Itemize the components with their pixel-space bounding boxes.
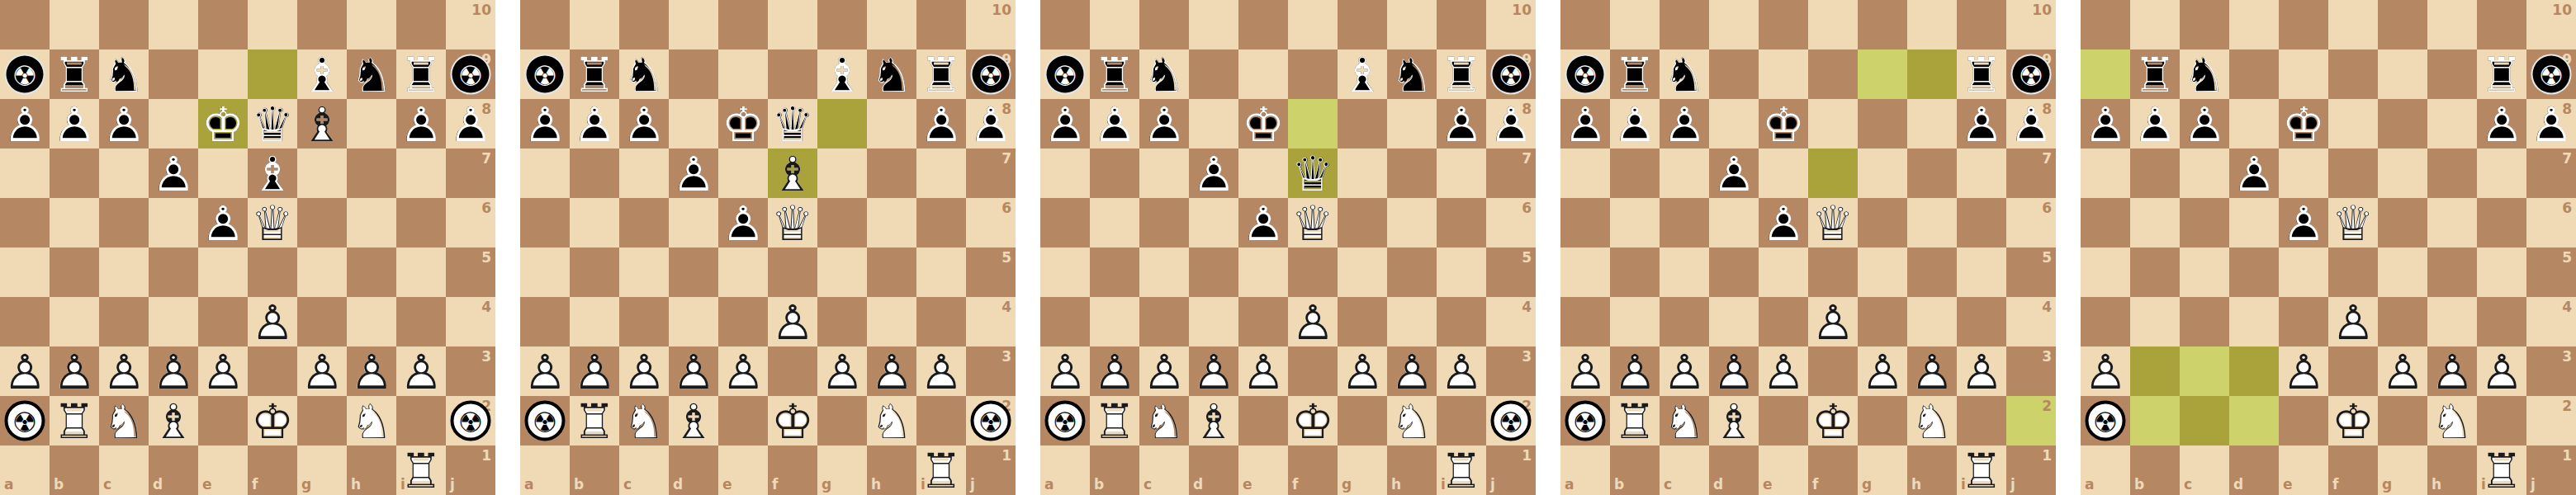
square-b9[interactable]: ♜♖ bbox=[1610, 49, 1660, 99]
square-j6[interactable]: 6 bbox=[2526, 198, 2576, 247]
square-i1[interactable]: i♜♖ bbox=[1437, 445, 1486, 495]
square-e1[interactable]: e bbox=[2279, 445, 2328, 495]
square-b1[interactable]: b bbox=[1090, 445, 1139, 495]
square-d8[interactable] bbox=[149, 99, 198, 148]
square-e9[interactable] bbox=[198, 49, 248, 99]
square-a2[interactable]: ☢ bbox=[2081, 396, 2130, 445]
square-c7[interactable] bbox=[1660, 148, 1709, 198]
square-j5[interactable]: 5 bbox=[1486, 247, 1536, 297]
black-bishop-piece[interactable]: ♝♗ bbox=[297, 49, 347, 99]
square-g8[interactable] bbox=[1858, 99, 1907, 148]
square-f6[interactable]: ♛♕ bbox=[2328, 198, 2378, 247]
white-nuke-piece[interactable]: ☢ bbox=[1491, 401, 1532, 441]
white-pawn-piece[interactable]: ♟♙ bbox=[2477, 346, 2526, 396]
white-bishop-piece[interactable]: ♝♗ bbox=[1709, 396, 1759, 445]
square-e10[interactable] bbox=[2279, 0, 2328, 49]
square-j1[interactable]: 1j bbox=[2526, 445, 2576, 495]
white-rook-piece[interactable]: ♜♖ bbox=[916, 445, 966, 495]
square-h3[interactable]: ♟♙ bbox=[1907, 346, 1957, 396]
square-i6[interactable] bbox=[396, 198, 446, 247]
black-pawn-piece[interactable]: ♟♙ bbox=[1189, 148, 1238, 198]
square-g2[interactable] bbox=[2378, 396, 2427, 445]
square-b7[interactable] bbox=[1090, 148, 1139, 198]
square-h3[interactable]: ♟♙ bbox=[867, 346, 916, 396]
square-f7[interactable] bbox=[2328, 148, 2378, 198]
square-g8[interactable]: ♝♗ bbox=[297, 99, 347, 148]
square-b4[interactable] bbox=[50, 297, 99, 346]
square-c3[interactable] bbox=[2180, 346, 2229, 396]
black-rook-piece[interactable]: ♜♖ bbox=[1090, 49, 1139, 99]
square-f4[interactable]: ♟♙ bbox=[2328, 297, 2378, 346]
square-i4[interactable] bbox=[396, 297, 446, 346]
square-a7[interactable] bbox=[1560, 148, 1610, 198]
square-j8[interactable]: 8♟♙ bbox=[446, 99, 495, 148]
square-a3[interactable]: ♟♙ bbox=[1560, 346, 1610, 396]
square-j6[interactable]: 6 bbox=[446, 198, 495, 247]
black-knight-piece[interactable]: ♞♘ bbox=[1139, 49, 1189, 99]
black-pawn-piece[interactable]: ♟♙ bbox=[1610, 99, 1660, 148]
black-knight-piece[interactable]: ♞♘ bbox=[347, 49, 396, 99]
square-a10[interactable] bbox=[2081, 0, 2130, 49]
square-g10[interactable] bbox=[1338, 0, 1387, 49]
square-h10[interactable] bbox=[2427, 0, 2477, 49]
square-f9[interactable] bbox=[1808, 49, 1858, 99]
white-pawn-piece[interactable]: ♟♙ bbox=[2328, 297, 2378, 346]
square-b10[interactable] bbox=[1090, 0, 1139, 49]
white-pawn-piece[interactable]: ♟♙ bbox=[718, 346, 768, 396]
square-i5[interactable] bbox=[1957, 247, 2006, 297]
square-g9[interactable]: ♝♗ bbox=[817, 49, 867, 99]
white-pawn-piece[interactable]: ♟♙ bbox=[1610, 346, 1660, 396]
square-d8[interactable] bbox=[1189, 99, 1238, 148]
white-pawn-piece[interactable]: ♟♙ bbox=[297, 346, 347, 396]
square-c4[interactable] bbox=[2180, 297, 2229, 346]
square-h1[interactable]: h bbox=[867, 445, 916, 495]
square-b5[interactable] bbox=[1610, 247, 1660, 297]
square-c10[interactable] bbox=[619, 0, 669, 49]
square-h1[interactable]: h bbox=[2427, 445, 2477, 495]
square-e1[interactable]: e bbox=[718, 445, 768, 495]
black-king-piece[interactable]: ♚♔ bbox=[718, 99, 768, 148]
black-rook-piece[interactable]: ♜♖ bbox=[916, 49, 966, 99]
square-i8[interactable]: ♟♙ bbox=[1437, 99, 1486, 148]
square-e5[interactable] bbox=[2279, 247, 2328, 297]
square-a10[interactable] bbox=[1040, 0, 1090, 49]
white-rook-piece[interactable]: ♜♖ bbox=[1090, 396, 1139, 445]
black-bishop-piece[interactable]: ♝♗ bbox=[817, 49, 867, 99]
square-b5[interactable] bbox=[2130, 247, 2180, 297]
square-g10[interactable] bbox=[2378, 0, 2427, 49]
square-j6[interactable]: 6 bbox=[2006, 198, 2056, 247]
square-a3[interactable]: ♟♙ bbox=[1040, 346, 1090, 396]
square-j3[interactable]: 3 bbox=[2006, 346, 2056, 396]
black-pawn-piece[interactable]: ♟♙ bbox=[1437, 99, 1486, 148]
white-nuke-piece[interactable]: ☢ bbox=[1045, 401, 1086, 441]
square-d5[interactable] bbox=[669, 247, 718, 297]
square-b8[interactable]: ♟♙ bbox=[50, 99, 99, 148]
square-d1[interactable]: d bbox=[149, 445, 198, 495]
square-b4[interactable] bbox=[1090, 297, 1139, 346]
square-c5[interactable] bbox=[1139, 247, 1189, 297]
square-j10[interactable]: 10 bbox=[1486, 0, 1536, 49]
black-knight-piece[interactable]: ♞♘ bbox=[619, 49, 669, 99]
white-pawn-piece[interactable]: ♟♙ bbox=[2427, 346, 2477, 396]
square-d6[interactable] bbox=[1709, 198, 1759, 247]
square-e10[interactable] bbox=[1238, 0, 1288, 49]
square-j7[interactable]: 7 bbox=[446, 148, 495, 198]
square-f5[interactable] bbox=[1288, 247, 1338, 297]
square-e4[interactable] bbox=[198, 297, 248, 346]
square-i6[interactable] bbox=[916, 198, 966, 247]
black-bishop-piece[interactable]: ♝♗ bbox=[1338, 49, 1387, 99]
square-d3[interactable]: ♟♙ bbox=[1189, 346, 1238, 396]
black-king-piece[interactable]: ♚♔ bbox=[198, 99, 248, 148]
square-i5[interactable] bbox=[916, 247, 966, 297]
square-b4[interactable] bbox=[570, 297, 619, 346]
square-j6[interactable]: 6 bbox=[1486, 198, 1536, 247]
black-knight-piece[interactable]: ♞♘ bbox=[1387, 49, 1437, 99]
square-i8[interactable]: ♟♙ bbox=[396, 99, 446, 148]
square-h10[interactable] bbox=[867, 0, 916, 49]
square-h7[interactable] bbox=[2427, 148, 2477, 198]
square-b5[interactable] bbox=[1090, 247, 1139, 297]
square-c8[interactable]: ♟♙ bbox=[2180, 99, 2229, 148]
square-c10[interactable] bbox=[1139, 0, 1189, 49]
square-g8[interactable] bbox=[817, 99, 867, 148]
square-d1[interactable]: d bbox=[669, 445, 718, 495]
square-e6[interactable]: ♟♙ bbox=[1759, 198, 1808, 247]
square-b1[interactable]: b bbox=[50, 445, 99, 495]
square-c6[interactable] bbox=[1139, 198, 1189, 247]
black-pawn-piece[interactable]: ♟♙ bbox=[2180, 99, 2229, 148]
square-c9[interactable]: ♞♘ bbox=[99, 49, 149, 99]
square-d6[interactable] bbox=[669, 198, 718, 247]
square-d4[interactable] bbox=[1709, 297, 1759, 346]
square-i7[interactable] bbox=[1957, 148, 2006, 198]
square-b6[interactable] bbox=[50, 198, 99, 247]
square-e8[interactable]: ♚♔ bbox=[718, 99, 768, 148]
square-g9[interactable]: ♝♗ bbox=[297, 49, 347, 99]
white-knight-piece[interactable]: ♞♘ bbox=[1139, 396, 1189, 445]
square-e6[interactable]: ♟♙ bbox=[1238, 198, 1288, 247]
black-pawn-piece[interactable]: ♟♙ bbox=[669, 148, 718, 198]
square-i10[interactable] bbox=[1437, 0, 1486, 49]
square-f9[interactable] bbox=[248, 49, 297, 99]
black-pawn-piece[interactable]: ♟♙ bbox=[2477, 99, 2526, 148]
square-e6[interactable]: ♟♙ bbox=[718, 198, 768, 247]
square-e4[interactable] bbox=[1759, 297, 1808, 346]
square-h6[interactable] bbox=[347, 198, 396, 247]
white-pawn-piece[interactable]: ♟♙ bbox=[1437, 346, 1486, 396]
square-f3[interactable] bbox=[1808, 346, 1858, 396]
square-e7[interactable] bbox=[198, 148, 248, 198]
square-j5[interactable]: 5 bbox=[446, 247, 495, 297]
square-h5[interactable] bbox=[867, 247, 916, 297]
white-knight-piece[interactable]: ♞♘ bbox=[347, 396, 396, 445]
square-h2[interactable]: ♞♘ bbox=[2427, 396, 2477, 445]
square-i8[interactable]: ♟♙ bbox=[2477, 99, 2526, 148]
square-d1[interactable]: d bbox=[1189, 445, 1238, 495]
white-pawn-piece[interactable]: ♟♙ bbox=[0, 346, 50, 396]
square-a6[interactable] bbox=[0, 198, 50, 247]
square-b3[interactable]: ♟♙ bbox=[1090, 346, 1139, 396]
square-b7[interactable] bbox=[50, 148, 99, 198]
square-e7[interactable] bbox=[2279, 148, 2328, 198]
black-queen-piece[interactable]: ♛♕ bbox=[768, 99, 817, 148]
square-a2[interactable]: ☢ bbox=[1560, 396, 1610, 445]
white-pawn-piece[interactable]: ♟♙ bbox=[248, 297, 297, 346]
square-a2[interactable]: ☢ bbox=[0, 396, 50, 445]
square-f8[interactable] bbox=[2328, 99, 2378, 148]
square-h9[interactable]: ♞♘ bbox=[1387, 49, 1437, 99]
square-e10[interactable] bbox=[198, 0, 248, 49]
square-b10[interactable] bbox=[1610, 0, 1660, 49]
square-f9[interactable] bbox=[768, 49, 817, 99]
square-d7[interactable]: ♟♙ bbox=[2229, 148, 2279, 198]
square-h6[interactable] bbox=[1907, 198, 1957, 247]
square-i6[interactable] bbox=[2477, 198, 2526, 247]
square-e8[interactable]: ♚♔ bbox=[1759, 99, 1808, 148]
square-g1[interactable]: g bbox=[297, 445, 347, 495]
square-b8[interactable]: ♟♙ bbox=[1610, 99, 1660, 148]
white-rook-piece[interactable]: ♜♖ bbox=[2477, 445, 2526, 495]
square-c1[interactable]: c bbox=[1660, 445, 1709, 495]
square-d7[interactable]: ♟♙ bbox=[669, 148, 718, 198]
square-i4[interactable] bbox=[1437, 297, 1486, 346]
square-a5[interactable] bbox=[1040, 247, 1090, 297]
square-a6[interactable] bbox=[520, 198, 570, 247]
white-pawn-piece[interactable]: ♟♙ bbox=[570, 346, 619, 396]
black-pawn-piece[interactable]: ♟♙ bbox=[1759, 198, 1808, 247]
square-g3[interactable]: ♟♙ bbox=[297, 346, 347, 396]
white-nuke-piece[interactable]: ☢ bbox=[451, 401, 491, 441]
white-king-piece[interactable]: ♚♔ bbox=[1288, 396, 1338, 445]
square-j3[interactable]: 3 bbox=[2526, 346, 2576, 396]
white-pawn-piece[interactable]: ♟♙ bbox=[1759, 346, 1808, 396]
square-h2[interactable]: ♞♘ bbox=[1907, 396, 1957, 445]
square-e4[interactable] bbox=[718, 297, 768, 346]
square-d2[interactable]: ♝♗ bbox=[1709, 396, 1759, 445]
square-b1[interactable]: b bbox=[1610, 445, 1660, 495]
white-pawn-piece[interactable]: ♟♙ bbox=[198, 346, 248, 396]
square-f1[interactable]: f bbox=[1808, 445, 1858, 495]
square-g1[interactable]: g bbox=[817, 445, 867, 495]
square-f7[interactable]: ♝♗ bbox=[248, 148, 297, 198]
square-h1[interactable]: h bbox=[1387, 445, 1437, 495]
square-d3[interactable] bbox=[2229, 346, 2279, 396]
square-b8[interactable]: ♟♙ bbox=[2130, 99, 2180, 148]
square-g2[interactable] bbox=[297, 396, 347, 445]
square-j10[interactable]: 10 bbox=[2006, 0, 2056, 49]
white-nuke-piece[interactable]: ☢ bbox=[525, 401, 566, 441]
square-e7[interactable] bbox=[1238, 148, 1288, 198]
square-b10[interactable] bbox=[2130, 0, 2180, 49]
square-i7[interactable] bbox=[396, 148, 446, 198]
square-e9[interactable] bbox=[1238, 49, 1288, 99]
square-b2[interactable]: ♜♖ bbox=[50, 396, 99, 445]
white-bishop-piece[interactable]: ♝♗ bbox=[768, 148, 817, 198]
square-b9[interactable]: ♜♖ bbox=[50, 49, 99, 99]
square-i2[interactable] bbox=[1957, 396, 2006, 445]
square-d10[interactable] bbox=[1189, 0, 1238, 49]
white-knight-piece[interactable]: ♞♘ bbox=[1387, 396, 1437, 445]
square-h5[interactable] bbox=[1907, 247, 1957, 297]
square-d2[interactable]: ♝♗ bbox=[149, 396, 198, 445]
square-j8[interactable]: 8♟♙ bbox=[1486, 99, 1536, 148]
square-i2[interactable] bbox=[916, 396, 966, 445]
square-j8[interactable]: 8♟♙ bbox=[2526, 99, 2576, 148]
white-pawn-piece[interactable]: ♟♙ bbox=[916, 346, 966, 396]
square-j2[interactable]: 2 bbox=[2006, 396, 2056, 445]
square-b6[interactable] bbox=[1090, 198, 1139, 247]
square-a10[interactable] bbox=[520, 0, 570, 49]
white-king-piece[interactable]: ♚♔ bbox=[2328, 396, 2378, 445]
square-f1[interactable]: f bbox=[1288, 445, 1338, 495]
white-pawn-piece[interactable]: ♟♙ bbox=[1709, 346, 1759, 396]
square-a2[interactable]: ☢ bbox=[1040, 396, 1090, 445]
square-c7[interactable] bbox=[1139, 148, 1189, 198]
square-b6[interactable] bbox=[1610, 198, 1660, 247]
square-h7[interactable] bbox=[1387, 148, 1437, 198]
square-f7[interactable]: ♛♕ bbox=[1288, 148, 1338, 198]
black-rook-piece[interactable]: ♜♖ bbox=[2130, 49, 2180, 99]
square-a6[interactable] bbox=[2081, 198, 2130, 247]
square-j7[interactable]: 7 bbox=[1486, 148, 1536, 198]
square-e3[interactable]: ♟♙ bbox=[1759, 346, 1808, 396]
white-queen-piece[interactable]: ♛♕ bbox=[1288, 198, 1338, 247]
black-pawn-piece[interactable]: ♟♙ bbox=[2130, 99, 2180, 148]
square-f4[interactable]: ♟♙ bbox=[248, 297, 297, 346]
square-e5[interactable] bbox=[1759, 247, 1808, 297]
square-e10[interactable] bbox=[718, 0, 768, 49]
black-pawn-piece[interactable]: ♟♙ bbox=[0, 99, 50, 148]
square-f3[interactable] bbox=[2328, 346, 2378, 396]
square-j4[interactable]: 4 bbox=[966, 297, 1016, 346]
square-e1[interactable]: e bbox=[198, 445, 248, 495]
square-f8[interactable]: ♛♕ bbox=[768, 99, 817, 148]
square-h2[interactable]: ♞♘ bbox=[1387, 396, 1437, 445]
square-e2[interactable] bbox=[1759, 396, 1808, 445]
square-h1[interactable]: h bbox=[1907, 445, 1957, 495]
square-f3[interactable] bbox=[1288, 346, 1338, 396]
square-c3[interactable]: ♟♙ bbox=[619, 346, 669, 396]
square-i9[interactable]: ♜♖ bbox=[1437, 49, 1486, 99]
square-i10[interactable] bbox=[2477, 0, 2526, 49]
square-b4[interactable] bbox=[1610, 297, 1660, 346]
black-pawn-piece[interactable]: ♟♙ bbox=[916, 99, 966, 148]
white-pawn-piece[interactable]: ♟♙ bbox=[396, 346, 446, 396]
white-nuke-piece[interactable]: ☢ bbox=[5, 401, 45, 441]
square-a8[interactable]: ♟♙ bbox=[1560, 99, 1610, 148]
square-b3[interactable]: ♟♙ bbox=[570, 346, 619, 396]
square-h6[interactable] bbox=[2427, 198, 2477, 247]
square-g2[interactable] bbox=[1858, 396, 1907, 445]
square-e9[interactable] bbox=[1759, 49, 1808, 99]
square-g2[interactable] bbox=[1338, 396, 1387, 445]
square-b3[interactable]: ♟♙ bbox=[50, 346, 99, 396]
square-a5[interactable] bbox=[520, 247, 570, 297]
square-g3[interactable]: ♟♙ bbox=[817, 346, 867, 396]
square-b6[interactable] bbox=[570, 198, 619, 247]
square-a6[interactable] bbox=[1560, 198, 1610, 247]
square-c1[interactable]: c bbox=[99, 445, 149, 495]
square-b8[interactable]: ♟♙ bbox=[1090, 99, 1139, 148]
square-a2[interactable]: ☢ bbox=[520, 396, 570, 445]
square-i4[interactable] bbox=[916, 297, 966, 346]
square-c4[interactable] bbox=[1139, 297, 1189, 346]
square-e10[interactable] bbox=[1759, 0, 1808, 49]
square-c2[interactable]: ♞♘ bbox=[1139, 396, 1189, 445]
square-b1[interactable]: b bbox=[2130, 445, 2180, 495]
square-f8[interactable]: ♛♕ bbox=[248, 99, 297, 148]
square-d3[interactable]: ♟♙ bbox=[1709, 346, 1759, 396]
square-e3[interactable]: ♟♙ bbox=[2279, 346, 2328, 396]
square-d9[interactable] bbox=[1189, 49, 1238, 99]
black-pawn-piece[interactable]: ♟♙ bbox=[1040, 99, 1090, 148]
black-pawn-piece[interactable]: ♟♙ bbox=[50, 99, 99, 148]
square-f4[interactable]: ♟♙ bbox=[768, 297, 817, 346]
black-pawn-piece[interactable]: ♟♙ bbox=[966, 99, 1016, 148]
square-d10[interactable] bbox=[149, 0, 198, 49]
black-pawn-piece[interactable]: ♟♙ bbox=[2279, 198, 2328, 247]
black-pawn-piece[interactable]: ♟♙ bbox=[198, 198, 248, 247]
square-a5[interactable] bbox=[2081, 247, 2130, 297]
square-d4[interactable] bbox=[669, 297, 718, 346]
square-j2[interactable]: 2☢ bbox=[966, 396, 1016, 445]
square-j5[interactable]: 5 bbox=[2526, 247, 2576, 297]
square-b2[interactable]: ♜♖ bbox=[570, 396, 619, 445]
black-pawn-piece[interactable]: ♟♙ bbox=[2526, 99, 2576, 148]
square-j2[interactable]: 2☢ bbox=[446, 396, 495, 445]
black-nuke-piece[interactable]: ☢ bbox=[971, 54, 1011, 95]
square-h9[interactable] bbox=[2427, 49, 2477, 99]
square-f1[interactable]: f bbox=[2328, 445, 2378, 495]
square-a8[interactable]: ♟♙ bbox=[520, 99, 570, 148]
square-h10[interactable] bbox=[1907, 0, 1957, 49]
square-j3[interactable]: 3 bbox=[446, 346, 495, 396]
square-b9[interactable]: ♜♖ bbox=[2130, 49, 2180, 99]
white-pawn-piece[interactable]: ♟♙ bbox=[99, 346, 149, 396]
square-b4[interactable] bbox=[2130, 297, 2180, 346]
square-b3[interactable]: ♟♙ bbox=[1610, 346, 1660, 396]
square-d1[interactable]: d bbox=[2229, 445, 2279, 495]
white-pawn-piece[interactable]: ♟♙ bbox=[1957, 346, 2006, 396]
square-c5[interactable] bbox=[1660, 247, 1709, 297]
square-h4[interactable] bbox=[2427, 297, 2477, 346]
square-f1[interactable]: f bbox=[768, 445, 817, 495]
square-g1[interactable]: g bbox=[1338, 445, 1387, 495]
square-d6[interactable] bbox=[149, 198, 198, 247]
square-g4[interactable] bbox=[297, 297, 347, 346]
white-pawn-piece[interactable]: ♟♙ bbox=[1560, 346, 1610, 396]
square-d6[interactable] bbox=[1189, 198, 1238, 247]
square-g5[interactable] bbox=[1338, 247, 1387, 297]
square-i10[interactable] bbox=[916, 0, 966, 49]
square-a4[interactable] bbox=[1040, 297, 1090, 346]
square-b3[interactable] bbox=[2130, 346, 2180, 396]
square-j9[interactable]: 9☢ bbox=[2526, 49, 2576, 99]
square-b6[interactable] bbox=[2130, 198, 2180, 247]
black-pawn-piece[interactable]: ♟♙ bbox=[1090, 99, 1139, 148]
black-nuke-piece[interactable]: ☢ bbox=[2011, 54, 2052, 95]
square-a8[interactable]: ♟♙ bbox=[0, 99, 50, 148]
white-queen-piece[interactable]: ♛♕ bbox=[768, 198, 817, 247]
square-j5[interactable]: 5 bbox=[966, 247, 1016, 297]
square-c8[interactable]: ♟♙ bbox=[619, 99, 669, 148]
black-pawn-piece[interactable]: ♟♙ bbox=[2229, 148, 2279, 198]
square-b10[interactable] bbox=[570, 0, 619, 49]
square-g8[interactable] bbox=[2378, 99, 2427, 148]
